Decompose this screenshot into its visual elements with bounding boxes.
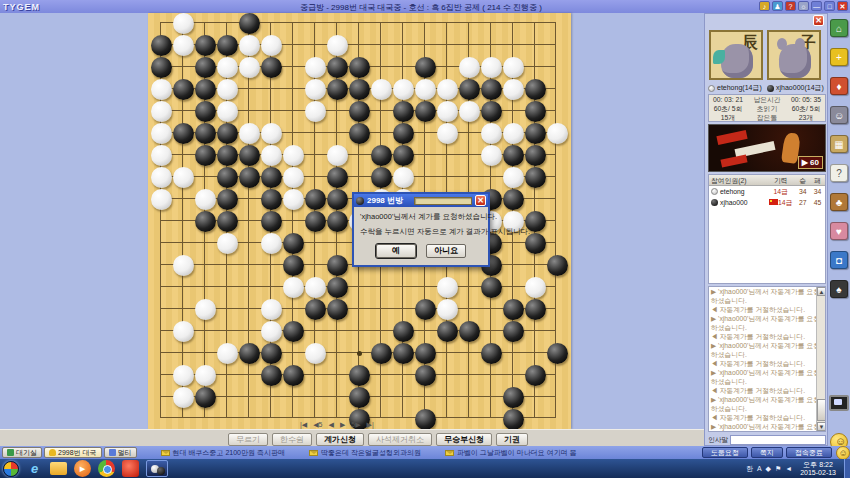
black-stone [173,79,194,100]
white-stone [437,79,458,100]
white-stone [261,35,282,56]
black-stone [327,167,348,188]
black-stone [525,167,546,188]
black-stone [195,123,216,144]
game-controls-strip: |◀ ◀5 ◀ ▶ 5▶ ▶| 무르기 한수쉼 계가신청 사석제거취소 무승부신… [0,429,704,446]
black-stone [349,57,370,78]
white-stone [239,35,260,56]
scroll-up-icon[interactable]: ▲ [817,287,826,296]
white-player-name-row: etehong(14급) [708,83,767,93]
captures-label: 잡은돌 [747,113,787,122]
black-stone [239,167,260,188]
black-stone [327,211,348,232]
white-stone [481,145,502,166]
black-stone [437,321,458,342]
white-stone [547,123,568,144]
white-captures: 15개 [709,113,747,122]
chat-message: ◀ 자동계가를 거절하셨습니다. [709,332,825,341]
black-captures: 23개 [787,113,825,122]
participant-row[interactable]: etehong14급3434 [709,186,825,197]
file-explorer-icon[interactable] [50,462,67,475]
black-stone [393,321,414,342]
item-box-icon[interactable]: ◘ [830,251,848,269]
participant-name: etehong [720,186,745,197]
black-stone [349,365,370,386]
scrollbar-thumb[interactable] [817,399,826,421]
multi-icon [109,449,116,456]
black-stone [261,189,282,210]
right-icon-strip: ⌂+♦☺▦?♣♥◘♠ [828,13,850,446]
white-stone [173,13,194,34]
black-stone [195,79,216,100]
black-stone [195,101,216,122]
black-stone [393,145,414,166]
trophy-icon[interactable]: ♣ [830,193,848,211]
white-stone [305,343,326,364]
black-stone [415,101,436,122]
black-stone [327,189,348,210]
black-stone [503,387,524,408]
white-stone [217,101,238,122]
black-stone [283,255,304,276]
participant-name: xjhao000 [720,197,748,208]
robot-icon[interactable]: ☺ [830,106,848,124]
black-stone [327,79,348,100]
mail-icon [161,450,170,456]
white-stone [503,123,524,144]
tray-flag-icon[interactable]: ⚑ [775,465,781,473]
black-stone [525,79,546,100]
dialog-message-2: 수락을 누르시면 자동으로 계가 결과가 표시됩니다. [360,227,482,237]
white-byoyomi: 60초/ 5회 [709,104,747,113]
white-stone [151,101,172,122]
dialog-message-1: 'xjhao000'님께서 계가를 요청하셨습니다. [360,212,482,222]
white-stone [217,233,238,254]
media-player-icon[interactable]: ▸ [74,460,91,477]
tygem-taskbar-icon[interactable] [146,460,168,477]
ad-ticker-item[interactable]: 현대 배쿠스중고 2100만원 즉시판매 [161,448,285,458]
white-stone [371,79,392,100]
broadcast-monitor-icon[interactable] [829,395,849,411]
help-request-button[interactable]: 도움요청 [702,447,748,458]
undo-button[interactable]: 무르기 [228,433,268,446]
chat-message: ◀ 자동계가를 거절하셨습니다. [709,386,825,395]
dragon-avatar-icon [721,44,753,78]
col-losses: 패 [810,175,825,185]
black-stone [217,145,238,166]
ad-banner[interactable]: ▶ 60 [708,124,826,172]
white-stone [459,57,480,78]
black-stone [305,211,326,232]
black-stone [415,343,436,364]
taskbar-clock[interactable]: 오후 8:22 2015-02-13 [796,461,840,477]
tray-icon[interactable]: ◆ [766,465,771,473]
tray-volume-icon[interactable]: ◄ [785,465,792,472]
black-stone [547,255,568,276]
rat-ear-icon [795,38,805,50]
black-stone [525,145,546,166]
house-icon [7,449,14,456]
white-stone-icon [711,188,718,195]
ad-ticker-item[interactable]: 파벨이 그날파벨이 마나더요 여기며 몸 [445,448,577,458]
white-stone [305,277,326,298]
white-stone [415,79,436,100]
col-participants: 참여인원(2) [709,175,766,185]
black-stone-icon [767,85,774,92]
black-stone [283,233,304,254]
banner-art [720,154,747,167]
participant-losses: 34 [810,186,825,197]
black-stone [239,13,260,34]
white-stone [173,35,194,56]
user-icon[interactable]: ♟ [772,1,783,11]
black-byoyomi: 60초/ 5회 [787,104,825,113]
col-rank: 기력 [766,175,795,185]
participant-losses: 45 [810,197,825,208]
black-stone [415,365,436,386]
trophy-icon [49,449,56,456]
participant-wins: 27 [796,197,811,208]
chat-message: ▶ 'xjhao000'님께서 자동계가를 요청하셨습니다. [709,368,825,386]
bell-icon[interactable]: ♪ [759,1,770,11]
black-stone [481,343,502,364]
black-stone [151,35,172,56]
white-stone [437,101,458,122]
tygem-game-window: TYGEM 중급방 - 2998번 대국 대국중 - 호선 : 흑 6집반 공제… [0,0,850,478]
white-stone [305,101,326,122]
black-stone [195,387,216,408]
smiley-icon: ☺ [836,446,850,460]
white-stone [481,123,502,144]
white-stone [525,277,546,298]
sidebar-close-icon[interactable]: ✕ [813,15,824,26]
white-stone [217,343,238,364]
dialog-close-button[interactable]: ✕ [475,195,486,206]
yes-button[interactable]: 예 [376,244,416,258]
window-title: 중급방 - 2998번 대국 대국중 - 호선 : 흑 6집반 공제 ( 214… [300,2,542,13]
black-stone [239,343,260,364]
chat-message: ▶ 'xjhao000'님께서 자동계가를 요청하셨습니다. [709,341,825,359]
white-stone [151,79,172,100]
white-stone [151,145,172,166]
black-stone [217,211,238,232]
black-stone [415,299,436,320]
remaining-time-label: 남은시간 [747,95,787,104]
greeting-label: 인사말 [708,435,728,445]
white-stone [173,387,194,408]
black-stone [173,123,194,144]
windows-taskbar: e ▸ 한 A ◆ ⚑ ◄ 오후 8:22 2015-02-13 [0,459,850,478]
black-stone [459,321,480,342]
black-stone [217,189,238,210]
waiting-room-button[interactable]: 대기실 [2,447,42,458]
black-stone [217,35,238,56]
chat-message: ◀ 자동계가를 거절하셨습니다. [709,305,825,314]
white-stone [195,365,216,386]
black-player-avatar: 子 [767,30,821,80]
white-stone [239,123,260,144]
white-stone [261,299,282,320]
byoyomi-label: 초읽기 [747,104,787,113]
black-stone-icon [711,199,718,206]
white-remaining-time: 00: 03: 21 [709,95,747,104]
black-stone [415,57,436,78]
message-button[interactable]: 쪽지 [751,447,783,458]
black-stone [327,299,348,320]
white-stone [283,167,304,188]
no-button[interactable]: 아니요 [426,244,466,258]
ad-ticker-item[interactable]: 딱좋은데 작은얼굴성형외과의원 [309,448,421,458]
mail-icon [445,450,454,456]
black-stone [217,123,238,144]
black-stone [305,189,326,210]
white-stone [261,145,282,166]
black-stone [261,57,282,78]
black-stone [503,409,524,430]
white-stone [239,57,260,78]
banner-art [716,130,747,145]
system-tray: 한 A ◆ ⚑ ◄ 오후 8:22 2015-02-13 [746,461,844,477]
rat-ear-icon [777,38,787,50]
black-stone [525,365,546,386]
black-stone [327,277,348,298]
white-stone [503,167,524,188]
scroll-down-icon[interactable]: ▼ [817,422,826,431]
white-stone [393,167,414,188]
chat-message: ◀ 자동계가를 거절하셨습니다. [709,413,825,422]
participant-wins: 34 [796,186,811,197]
black-stone [503,189,524,210]
black-stone [305,299,326,320]
clock-panel: 00: 03: 21 남은시간 00: 05: 35 60초/ 5회 초읽기 6… [708,94,826,122]
white-player-avatar: 辰 [709,30,763,80]
black-stone [459,79,480,100]
item-shop-icon[interactable]: ♦ [830,77,848,95]
white-stone [261,321,282,342]
black-stone [371,167,392,188]
black-stone [525,123,546,144]
black-stone [217,167,238,188]
white-stone [437,123,458,144]
white-stone [503,57,524,78]
white-stone [173,321,194,342]
black-stone [481,277,502,298]
black-stone [195,57,216,78]
white-stone [327,35,348,56]
move-navigation: |◀ ◀5 ◀ ▶ 5▶ ▶| [300,421,374,429]
black-stone [261,211,282,232]
black-stone [481,101,502,122]
black-player-name: xjhao000(14급) [776,83,824,93]
black-stone [151,57,172,78]
internet-explorer-icon[interactable]: e [26,460,43,477]
white-stone [261,233,282,254]
white-stone [393,79,414,100]
maximize-button[interactable]: □ [824,1,835,11]
white-stone [459,101,480,122]
chat-log[interactable]: ▶ 'xjhao000'님께서 자동계가를 요청하셨습니다.◀ 자동계가를 거절… [708,286,826,432]
multi-view-button[interactable]: 멀티 [104,447,137,458]
black-stone [393,343,414,364]
china-flag-icon [769,199,778,205]
plus-chance-icon[interactable]: + [830,48,848,66]
participants-header: 참여인원(2) 기력 승 패 [709,175,825,186]
resign-button[interactable]: 기권 [496,433,528,446]
settings-icon[interactable]: ☼ [798,1,809,11]
black-stone [393,123,414,144]
red-app-icon[interactable] [122,460,139,477]
black-stone [547,343,568,364]
nav-forward5-button[interactable]: 5▶ [351,421,360,429]
scoring-request-dialog: 2998 번방 ✕ 'xjhao000'님께서 계가를 요청하셨습니다. 수락을… [352,192,490,267]
game-info-sidebar: ✕ 辰 子 etehong(14급) xjhao000(14급) 00: 03:… [704,13,828,446]
minimize-button[interactable]: — [811,1,822,11]
nav-first-button[interactable]: |◀ [300,421,307,429]
nav-back-button[interactable]: ◀ [328,421,333,429]
chrome-icon[interactable] [98,460,115,477]
close-button[interactable]: ✕ [837,1,848,11]
game-record-icon[interactable]: ▦ [830,135,848,153]
black-stone [195,35,216,56]
nav-forward-button[interactable]: ▶ [340,421,345,429]
disconnect-button[interactable]: 접속종료 [786,447,832,458]
request-draw-button[interactable]: 무승부신청 [436,433,492,446]
start-button[interactable] [3,461,19,477]
white-stone [217,79,238,100]
black-stone [349,101,370,122]
black-stone [415,409,436,430]
black-stone [195,211,216,232]
ime-korean-icon[interactable]: 한 [746,464,753,474]
waiting-room-icon[interactable]: ⌂ [830,19,848,37]
current-game-tab[interactable]: 2998번 대국 [44,447,102,458]
chat-message: ▶ 'xjhao000'님께서 자동계가를 요청하셨습니다. [709,422,825,432]
chat-message: ◀ 자동계가를 거절하셨습니다. [709,359,825,368]
tygem-logo: TYGEM [3,2,40,12]
black-stone [283,321,304,342]
participants-table: 참여인원(2) 기력 승 패 etehong14급3434xjhao00014급… [708,174,826,284]
banner-play-button[interactable]: ▶ 60 [798,156,823,169]
white-stone [173,255,194,276]
help-icon[interactable]: ? [830,164,848,182]
white-stone [283,145,304,166]
black-stone [525,101,546,122]
black-stone [503,321,524,342]
chat-scrollbar[interactable]: ▲ ▼ [816,287,825,431]
dragon-wing-icon [713,50,725,64]
black-player-name-row: xjhao000(14급) [767,83,826,93]
dialog-timer-bar [414,197,472,205]
app-bottom-bar: 대기실 2998번 대국 멀티 현대 배쿠스중고 2100만원 즉시판매 딱좋은… [0,446,850,459]
black-stone [525,299,546,320]
white-stone [195,189,216,210]
black-stone [349,387,370,408]
black-stone [195,145,216,166]
go-stone-icon [356,197,364,205]
chat-message: ▶ 'xjhao000'님께서 자동계가를 요청하셨습니다. [709,395,825,413]
white-stone [283,277,304,298]
black-stone [371,343,392,364]
white-stone [481,57,502,78]
dialog-title-bar[interactable]: 2998 번방 ✕ [354,194,488,207]
black-stone [393,101,414,122]
white-stone [503,79,524,100]
white-stone [173,167,194,188]
black-stone [349,123,370,144]
participant-row[interactable]: xjhao00014급2745 [709,197,825,208]
black-stone [349,79,370,100]
white-stone [437,299,458,320]
pass-button[interactable]: 한수쉼 [272,433,312,446]
white-stone [437,277,458,298]
black-stone [239,145,260,166]
white-stone [217,57,238,78]
chat-message: ▶ 'xjhao000'님께서 자동계가를 요청하셨습니다. [709,287,825,305]
black-stone [503,299,524,320]
white-stone [173,365,194,386]
white-stone [151,123,172,144]
dialog-title: 2998 번방 [367,195,403,206]
white-stone [283,189,304,210]
white-stone [195,299,216,320]
nav-last-button[interactable]: ▶| [367,421,374,429]
black-stone [371,145,392,166]
show-desktop-button[interactable] [844,459,850,478]
star-point [357,351,362,356]
white-stone [305,79,326,100]
black-stone [261,343,282,364]
friends-icon[interactable]: ♥ [830,222,848,240]
black-stone [261,365,282,386]
black-remaining-time: 00: 05: 35 [787,95,825,104]
participant-rank: 14급 [766,197,795,208]
ime-alpha-icon[interactable]: A [757,465,762,472]
request-scoring-button[interactable]: 계가신청 [316,433,364,446]
participant-rank: 14급 [766,186,795,197]
black-stone [503,145,524,166]
white-stone [305,57,326,78]
white-stone [151,189,172,210]
black-stone [327,255,348,276]
white-stone-icon [708,85,715,92]
white-stone [327,145,348,166]
black-stone [283,365,304,386]
chat-message: ▶ 'xjhao000'님께서 자동계가를 요청하셨습니다. [709,314,825,332]
white-stone [261,123,282,144]
black-hat-icon[interactable]: ♠ [830,280,848,298]
title-bar: TYGEM 중급방 - 2998번 대국 대국중 - 호선 : 흑 6집반 공제… [0,0,850,13]
white-player-name: etehong(14급) [717,83,762,93]
black-stone [261,167,282,188]
greeting-input[interactable] [730,435,826,445]
mail-icon [309,450,318,456]
black-stone [327,57,348,78]
cancel-dead-stone-button[interactable]: 사석제거취소 [368,433,432,446]
nav-back5-button[interactable]: ◀5 [313,421,322,429]
white-stone [151,167,172,188]
help-icon[interactable]: ? [785,1,796,11]
col-wins: 승 [796,175,811,185]
black-stone [481,79,502,100]
